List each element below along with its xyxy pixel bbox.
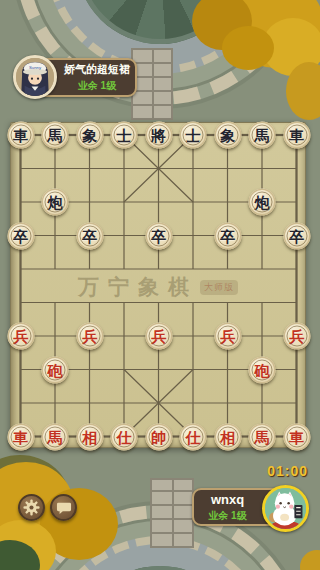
piece-black-soldier[interactable]: 卒 [283, 222, 310, 249]
piece-red-soldier[interactable]: 兵 [145, 323, 172, 350]
bottom-player-level: 业余 1级 [194, 509, 261, 523]
piece-character: 車 [289, 128, 304, 143]
piece-character: 士 [117, 128, 132, 143]
piece-character: 卒 [220, 228, 235, 243]
piece-character: 仕 [117, 429, 132, 444]
piece-red-general[interactable]: 帥 [145, 423, 172, 450]
xiangqi-board[interactable]: 万宁象棋 大师版 車馬象士將士象馬車炮炮卒卒卒卒卒兵兵兵兵兵砲砲車馬相仕帥仕相馬… [10, 122, 306, 448]
anime-girl-avatar-icon: Sunny [16, 58, 54, 96]
top-player-name: 娇气的超短裙 [59, 62, 135, 77]
piece-red-soldier[interactable]: 兵 [76, 323, 103, 350]
move-timer: 01:00 [267, 463, 308, 479]
brick-column-bottom [150, 478, 194, 548]
piece-black-soldier[interactable]: 卒 [214, 222, 241, 249]
piece-character: 炮 [255, 195, 270, 210]
piece-black-soldier[interactable]: 卒 [145, 222, 172, 249]
piece-black-elephant[interactable]: 象 [76, 122, 103, 149]
piece-red-chariot[interactable]: 車 [7, 423, 34, 450]
piece-black-cannon[interactable]: 炮 [42, 189, 69, 216]
piece-red-cannon[interactable]: 砲 [42, 356, 69, 383]
piece-character: 帥 [151, 429, 166, 444]
top-player-level: 业余 1级 [59, 79, 135, 93]
piece-character: 將 [151, 128, 166, 143]
piece-character: 馬 [48, 128, 63, 143]
piece-character: 象 [82, 128, 97, 143]
piece-black-general[interactable]: 將 [145, 122, 172, 149]
piece-red-advisor[interactable]: 仕 [111, 423, 138, 450]
piece-character: 兵 [13, 329, 28, 344]
brick-column-top [131, 48, 173, 120]
piece-character: 兵 [289, 329, 304, 344]
piece-red-elephant[interactable]: 相 [76, 423, 103, 450]
piece-character: 卒 [82, 228, 97, 243]
piece-black-chariot[interactable]: 車 [7, 122, 34, 149]
piece-character: 馬 [255, 429, 270, 444]
board-grid [11, 123, 307, 449]
piece-character: 兵 [82, 329, 97, 344]
piece-character: 相 [82, 429, 97, 444]
piece-character: 卒 [289, 228, 304, 243]
bottom-player-avatar[interactable] [262, 485, 309, 532]
piece-black-chariot[interactable]: 車 [283, 122, 310, 149]
chat-button[interactable] [50, 494, 77, 521]
piece-character: 砲 [48, 362, 63, 377]
piece-red-advisor[interactable]: 仕 [180, 423, 207, 450]
piece-character: 仕 [186, 429, 201, 444]
piece-character: 馬 [48, 429, 63, 444]
piece-character: 卒 [13, 228, 28, 243]
piece-character: 車 [13, 128, 28, 143]
piece-black-advisor[interactable]: 士 [180, 122, 207, 149]
piece-red-soldier[interactable]: 兵 [214, 323, 241, 350]
piece-red-soldier[interactable]: 兵 [283, 323, 310, 350]
lucky-cat-avatar-icon [265, 488, 306, 529]
piece-red-soldier[interactable]: 兵 [7, 323, 34, 350]
piece-red-chariot[interactable]: 車 [283, 423, 310, 450]
piece-character: 象 [220, 128, 235, 143]
piece-black-soldier[interactable]: 卒 [76, 222, 103, 249]
piece-black-horse[interactable]: 馬 [249, 122, 276, 149]
piece-red-cannon[interactable]: 砲 [249, 356, 276, 383]
piece-character: 砲 [255, 362, 270, 377]
speech-bubble-icon [56, 500, 72, 516]
piece-character: 卒 [151, 228, 166, 243]
piece-character: 兵 [220, 329, 235, 344]
bottom-player-name: wnxq [194, 492, 261, 507]
piece-character: 相 [220, 429, 235, 444]
gear-icon [23, 499, 40, 516]
piece-character: 車 [289, 429, 304, 444]
piece-character: 車 [13, 429, 28, 444]
svg-text:Sunny: Sunny [29, 65, 42, 70]
piece-black-elephant[interactable]: 象 [214, 122, 241, 149]
piece-red-horse[interactable]: 馬 [249, 423, 276, 450]
top-player-avatar[interactable]: Sunny [13, 55, 57, 99]
piece-black-cannon[interactable]: 炮 [249, 189, 276, 216]
piece-black-horse[interactable]: 馬 [42, 122, 69, 149]
piece-character: 兵 [151, 329, 166, 344]
piece-black-advisor[interactable]: 士 [111, 122, 138, 149]
piece-character: 馬 [255, 128, 270, 143]
piece-red-elephant[interactable]: 相 [214, 423, 241, 450]
piece-red-horse[interactable]: 馬 [42, 423, 69, 450]
piece-black-soldier[interactable]: 卒 [7, 222, 34, 249]
piece-character: 士 [186, 128, 201, 143]
piece-character: 炮 [48, 195, 63, 210]
settings-button[interactable] [18, 494, 45, 521]
